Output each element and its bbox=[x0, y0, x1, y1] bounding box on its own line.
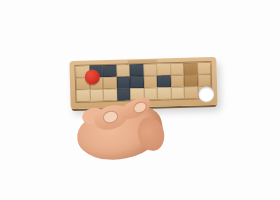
cell-r3c2-W[interactable] bbox=[90, 89, 104, 101]
hand-pinky-shade bbox=[134, 114, 167, 153]
cell-r3c3-W[interactable] bbox=[103, 89, 117, 101]
scene bbox=[0, 0, 280, 200]
cell-r1c4-W[interactable] bbox=[116, 64, 130, 76]
cell-r2c5-N[interactable] bbox=[130, 76, 144, 88]
cell-r3c9-H bbox=[184, 86, 198, 98]
cell-r1c5-N[interactable] bbox=[129, 64, 143, 76]
cell-r3c6-W[interactable] bbox=[144, 88, 158, 100]
cell-r2c6-W[interactable] bbox=[143, 76, 157, 88]
cell-r3c5-W[interactable] bbox=[130, 88, 144, 100]
hand-palm bbox=[73, 99, 168, 168]
cell-r1c6-W[interactable] bbox=[143, 64, 157, 76]
cell-r1c9-K[interactable] bbox=[183, 62, 197, 74]
cell-r3c4-N[interactable] bbox=[117, 88, 131, 100]
cell-r1c3-N[interactable] bbox=[102, 65, 116, 77]
cell-r2c8-W[interactable] bbox=[170, 75, 184, 87]
index-fingernail bbox=[102, 109, 120, 124]
cell-r2c3-W[interactable] bbox=[103, 77, 117, 89]
cell-r3c8-W[interactable] bbox=[171, 87, 185, 99]
cell-r2c7-N[interactable] bbox=[157, 75, 171, 87]
cell-r3c1-W[interactable] bbox=[76, 90, 90, 102]
cell-r1c8-W[interactable] bbox=[170, 63, 184, 75]
round-hole bbox=[198, 86, 214, 102]
cell-r1c10-W[interactable] bbox=[197, 62, 211, 74]
tray-well bbox=[74, 61, 212, 103]
cell-r2c4-N[interactable] bbox=[116, 76, 130, 88]
cell-r2c10-W[interactable] bbox=[197, 74, 211, 86]
cell-r2c9-K[interactable] bbox=[184, 74, 198, 86]
cell-r3c7-W[interactable] bbox=[157, 87, 171, 99]
puzzle-tray bbox=[69, 57, 217, 109]
cell-r1c7-W[interactable] bbox=[156, 63, 170, 75]
